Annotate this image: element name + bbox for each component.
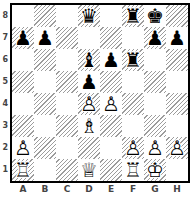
black-queen-piece: ♛ bbox=[78, 5, 100, 27]
square-b2[interactable] bbox=[34, 137, 56, 159]
square-a2[interactable]: ♟♙ bbox=[12, 137, 34, 159]
rank-labels: 87654321 bbox=[0, 5, 8, 181]
square-g6[interactable] bbox=[144, 49, 166, 71]
square-c3[interactable] bbox=[56, 115, 78, 137]
square-h2[interactable]: ♟♙ bbox=[166, 137, 188, 159]
rank-label-6: 6 bbox=[0, 49, 8, 71]
black-pawn-piece: ♟ bbox=[78, 71, 100, 93]
square-h1[interactable] bbox=[166, 159, 188, 181]
white-pawn-piece: ♙ bbox=[144, 137, 166, 159]
white-pawn-piece: ♙ bbox=[166, 137, 188, 159]
black-rook-piece: ♜ bbox=[122, 5, 144, 27]
square-c4[interactable] bbox=[56, 93, 78, 115]
square-b4[interactable] bbox=[34, 93, 56, 115]
square-b1[interactable] bbox=[34, 159, 56, 181]
file-label-c: C bbox=[56, 184, 78, 194]
square-c1[interactable] bbox=[56, 159, 78, 181]
square-d3[interactable]: ♝♗ bbox=[78, 115, 100, 137]
square-h6[interactable] bbox=[166, 49, 188, 71]
square-d1[interactable]: ♛♕ bbox=[78, 159, 100, 181]
rank-label-3: 3 bbox=[0, 115, 8, 137]
chess-diagram: 87654321 ♛♜♚♟♟♟♟♝♟♜♟♟♙♟♙♝♗♟♙♟♙♟♙♟♙♜♖♛♕♜♖… bbox=[0, 0, 196, 200]
square-c7[interactable] bbox=[56, 27, 78, 49]
rank-label-2: 2 bbox=[0, 137, 8, 159]
file-label-b: B bbox=[34, 184, 56, 194]
square-f5[interactable] bbox=[122, 71, 144, 93]
square-b5[interactable] bbox=[34, 71, 56, 93]
square-d5[interactable]: ♟ bbox=[78, 71, 100, 93]
square-c8[interactable] bbox=[56, 5, 78, 27]
square-g4[interactable] bbox=[144, 93, 166, 115]
black-pawn-piece: ♟ bbox=[34, 27, 56, 49]
white-pawn-piece: ♙ bbox=[78, 93, 100, 115]
square-g5[interactable] bbox=[144, 71, 166, 93]
square-d7[interactable] bbox=[78, 27, 100, 49]
square-a4[interactable] bbox=[12, 93, 34, 115]
white-pawn-piece: ♙ bbox=[12, 137, 34, 159]
file-label-d: D bbox=[78, 184, 100, 194]
square-g3[interactable] bbox=[144, 115, 166, 137]
square-e3[interactable] bbox=[100, 115, 122, 137]
file-label-e: E bbox=[100, 184, 122, 194]
square-f7[interactable] bbox=[122, 27, 144, 49]
black-rook-piece: ♜ bbox=[122, 49, 144, 71]
rank-label-8: 8 bbox=[0, 5, 8, 27]
black-king-piece: ♚ bbox=[144, 5, 166, 27]
white-king-piece: ♔ bbox=[144, 159, 166, 181]
square-f4[interactable] bbox=[122, 93, 144, 115]
rank-label-4: 4 bbox=[0, 93, 8, 115]
square-g8[interactable]: ♚ bbox=[144, 5, 166, 27]
file-label-f: F bbox=[122, 184, 144, 194]
square-h5[interactable] bbox=[166, 71, 188, 93]
square-e4[interactable]: ♟♙ bbox=[100, 93, 122, 115]
square-c6[interactable] bbox=[56, 49, 78, 71]
square-e6[interactable]: ♟ bbox=[100, 49, 122, 71]
square-e1[interactable] bbox=[100, 159, 122, 181]
white-pawn-piece: ♙ bbox=[100, 93, 122, 115]
square-a6[interactable] bbox=[12, 49, 34, 71]
square-f8[interactable]: ♜ bbox=[122, 5, 144, 27]
file-label-g: G bbox=[144, 184, 166, 194]
black-pawn-piece: ♟ bbox=[100, 49, 122, 71]
square-d6[interactable]: ♝ bbox=[78, 49, 100, 71]
black-pawn-piece: ♟ bbox=[12, 27, 34, 49]
rank-label-1: 1 bbox=[0, 159, 8, 181]
square-a1[interactable]: ♜♖ bbox=[12, 159, 34, 181]
square-e5[interactable] bbox=[100, 71, 122, 93]
square-c5[interactable] bbox=[56, 71, 78, 93]
square-f1[interactable]: ♜♖ bbox=[122, 159, 144, 181]
square-h3[interactable] bbox=[166, 115, 188, 137]
square-g1[interactable]: ♚♔ bbox=[144, 159, 166, 181]
white-pawn-piece: ♙ bbox=[122, 137, 144, 159]
black-pawn-piece: ♟ bbox=[166, 27, 188, 49]
square-f6[interactable]: ♜ bbox=[122, 49, 144, 71]
white-bishop-piece: ♗ bbox=[78, 115, 100, 137]
square-d2[interactable] bbox=[78, 137, 100, 159]
square-a7[interactable]: ♟ bbox=[12, 27, 34, 49]
black-bishop-piece: ♝ bbox=[78, 49, 100, 71]
square-a5[interactable] bbox=[12, 71, 34, 93]
square-h8[interactable] bbox=[166, 5, 188, 27]
square-d8[interactable]: ♛ bbox=[78, 5, 100, 27]
white-rook-piece: ♖ bbox=[12, 159, 34, 181]
square-d4[interactable]: ♟♙ bbox=[78, 93, 100, 115]
square-g7[interactable]: ♟ bbox=[144, 27, 166, 49]
square-c2[interactable] bbox=[56, 137, 78, 159]
rank-label-5: 5 bbox=[0, 71, 8, 93]
file-label-a: A bbox=[12, 184, 34, 194]
square-a8[interactable] bbox=[12, 5, 34, 27]
square-f3[interactable] bbox=[122, 115, 144, 137]
square-b6[interactable] bbox=[34, 49, 56, 71]
rank-label-7: 7 bbox=[0, 27, 8, 49]
white-rook-piece: ♖ bbox=[122, 159, 144, 181]
file-labels: ABCDEFGH bbox=[12, 184, 188, 194]
square-h7[interactable]: ♟ bbox=[166, 27, 188, 49]
square-e7[interactable] bbox=[100, 27, 122, 49]
square-e2[interactable] bbox=[100, 137, 122, 159]
square-b3[interactable] bbox=[34, 115, 56, 137]
square-h4[interactable] bbox=[166, 93, 188, 115]
square-b8[interactable] bbox=[34, 5, 56, 27]
file-label-h: H bbox=[166, 184, 188, 194]
square-b7[interactable]: ♟ bbox=[34, 27, 56, 49]
white-queen-piece: ♕ bbox=[78, 159, 100, 181]
square-f2[interactable]: ♟♙ bbox=[122, 137, 144, 159]
black-pawn-piece: ♟ bbox=[144, 27, 166, 49]
chess-board: ♛♜♚♟♟♟♟♝♟♜♟♟♙♟♙♝♗♟♙♟♙♟♙♟♙♜♖♛♕♜♖♚♔ bbox=[10, 3, 190, 183]
square-e8[interactable] bbox=[100, 5, 122, 27]
square-g2[interactable]: ♟♙ bbox=[144, 137, 166, 159]
square-a3[interactable] bbox=[12, 115, 34, 137]
